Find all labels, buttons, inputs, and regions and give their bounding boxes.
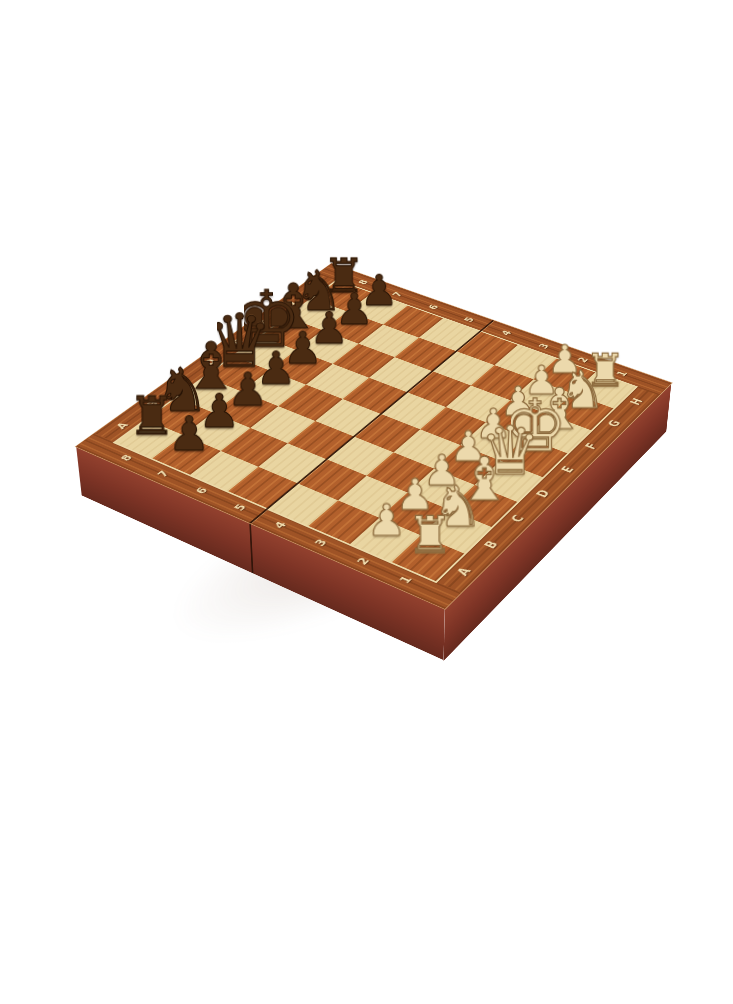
scene: ABCDEFGH ABCDEFGH 12345678 12345678 ♜♞♝♛… bbox=[0, 0, 733, 1004]
chess-board: ABCDEFGH ABCDEFGH 12345678 12345678 ♜♞♝♛… bbox=[75, 263, 673, 610]
product-photo-stage: ABCDEFGH ABCDEFGH 12345678 12345678 ♜♞♝♛… bbox=[0, 0, 733, 1004]
